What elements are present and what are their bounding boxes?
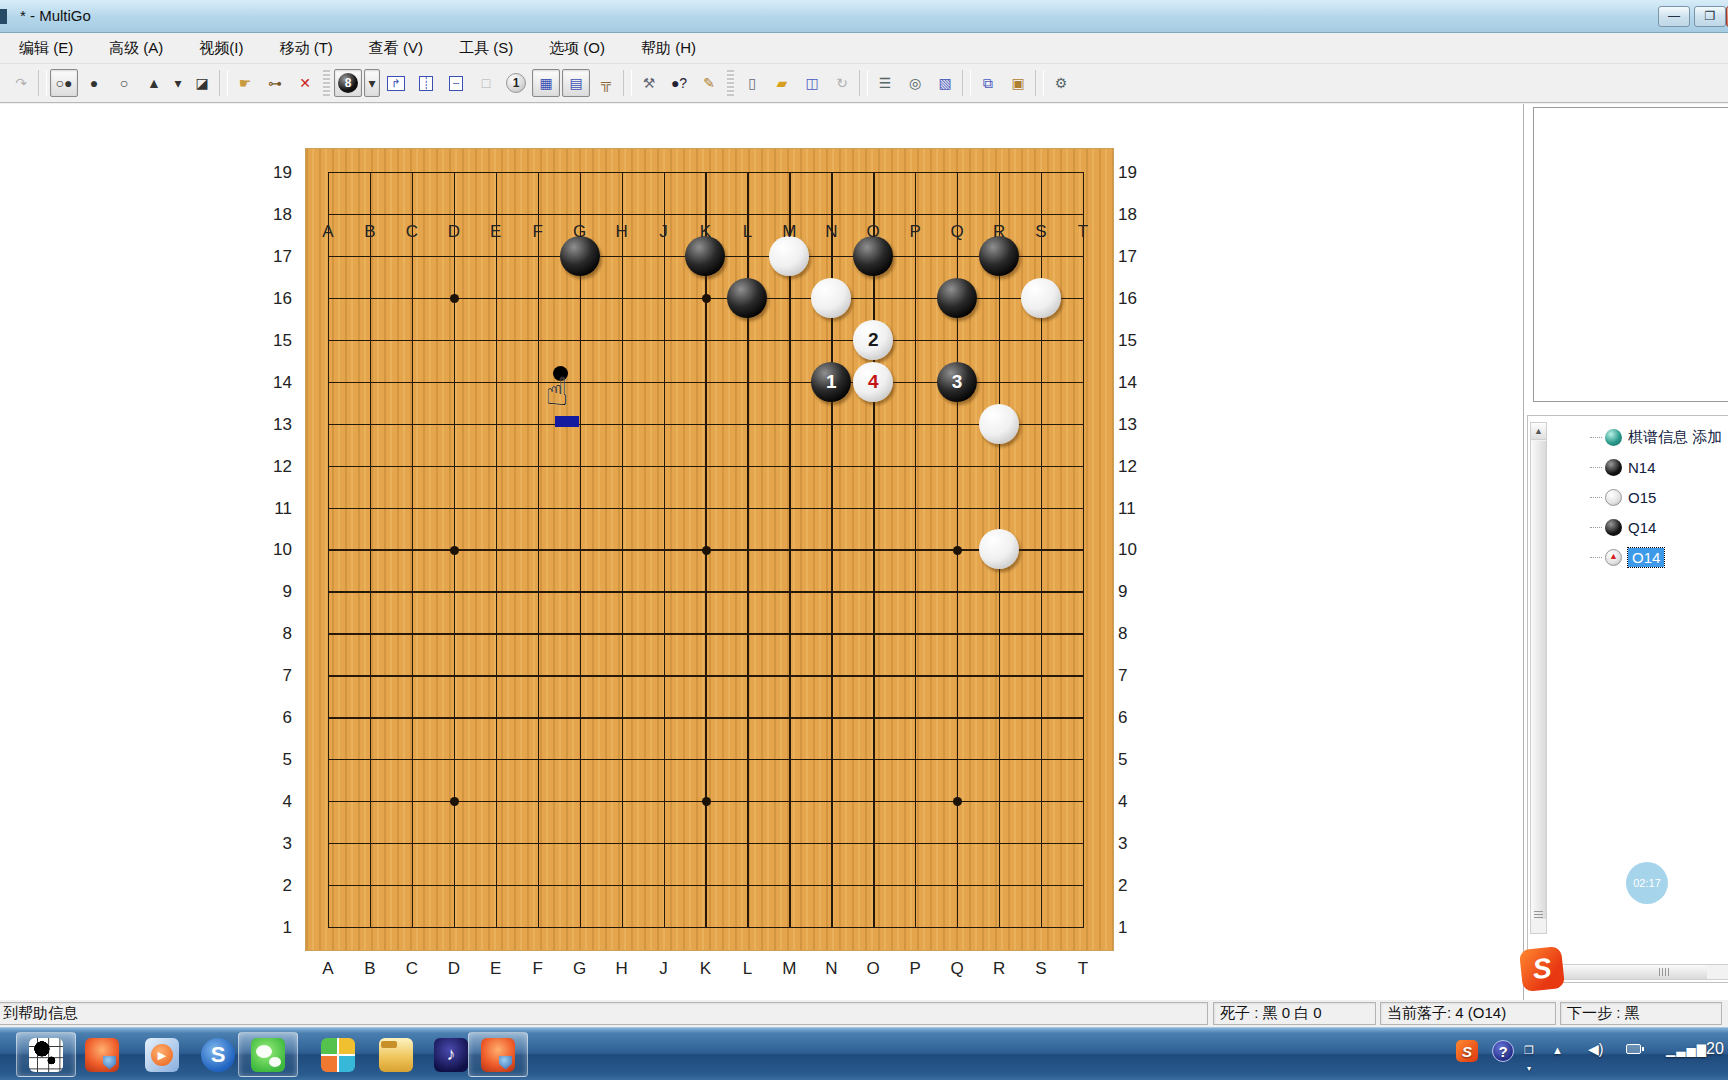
move-3-stone-Q14[interactable]: 3 bbox=[937, 362, 977, 402]
coordinate-row-left-14: 14 bbox=[258, 373, 292, 393]
coordinate-col-top-M: M bbox=[772, 222, 806, 242]
export-image-icon[interactable]: ▧ bbox=[931, 69, 959, 97]
add-black-stone-icon[interactable]: ● bbox=[80, 69, 108, 97]
coordinate-row-right-13: 13 bbox=[1118, 415, 1152, 435]
marker-dropdown-icon[interactable]: ▾ bbox=[170, 69, 186, 97]
media-player-button-icon bbox=[145, 1038, 179, 1072]
jump-to-move-glyph: ↱ bbox=[387, 76, 404, 91]
coordinate-row-right-15: 15 bbox=[1118, 331, 1152, 351]
triangle-marker-glyph: ▲ bbox=[147, 75, 161, 91]
org-chart-view-icon[interactable]: ╦ bbox=[592, 69, 620, 97]
coordinate-col-top-S: S bbox=[1024, 222, 1058, 242]
coordinate-row-right-3: 3 bbox=[1118, 834, 1152, 854]
wechat-button-icon bbox=[251, 1038, 285, 1072]
status-bar: 到帮助信息 死子 : 黑 0 白 0 当前落子: 4 (O14) 下一步 : 黑 bbox=[0, 1000, 1728, 1027]
sogou-input-logo[interactable]: S bbox=[1519, 946, 1565, 992]
voice-tool-button-icon: ♪ bbox=[434, 1038, 468, 1072]
move-tree-label-2[interactable]: O15 bbox=[1628, 489, 1656, 506]
coordinate-col-bottom-K: K bbox=[688, 959, 722, 979]
coordinate-row-left-9: 9 bbox=[258, 582, 292, 602]
eraser-glyph: ◪ bbox=[195, 75, 208, 91]
place-stone-cursor: ☝ bbox=[545, 366, 585, 430]
toolbar-sep bbox=[1035, 70, 1044, 96]
app-icon bbox=[0, 9, 7, 24]
menu-item-2[interactable]: 视频(I) bbox=[182, 35, 260, 62]
tree-connector bbox=[1590, 497, 1602, 498]
marker-dropdown-glyph: ▾ bbox=[174, 75, 181, 91]
coordinate-col-top-T: T bbox=[1066, 222, 1100, 242]
sogou-browser-button-icon: S bbox=[201, 1038, 235, 1072]
undo-arrow-icon[interactable]: ↷ bbox=[7, 69, 35, 97]
export-image-glyph: ▧ bbox=[938, 75, 951, 91]
move-tree-row-0[interactable]: 棋谱信息 添加 bbox=[1590, 422, 1728, 452]
delete-branch-glyph: ✕ bbox=[299, 75, 311, 91]
coordinate-col-top-L: L bbox=[730, 222, 764, 242]
coordinate-row-left-16: 16 bbox=[258, 289, 292, 309]
tray-battery-icon[interactable] bbox=[1626, 1040, 1641, 1057]
coordinate-row-left-4: 4 bbox=[258, 792, 292, 812]
tree-connector bbox=[1590, 527, 1602, 528]
coordinate-row-left-5: 5 bbox=[258, 750, 292, 770]
move-tree-panel: ▲ 棋谱信息 添加N14O15Q14O14 bbox=[1527, 415, 1728, 983]
maximize-button[interactable]: ❐ bbox=[1694, 6, 1726, 27]
print-preview-icon[interactable]: ◎ bbox=[901, 69, 929, 97]
toolbar-sep bbox=[38, 70, 47, 96]
move-tree-label-3[interactable]: Q14 bbox=[1628, 519, 1656, 536]
open-file-glyph: ▰ bbox=[777, 75, 788, 91]
new-file-glyph: ▯ bbox=[748, 75, 756, 91]
coordinate-col-bottom-T: T bbox=[1066, 959, 1100, 979]
triangle-marker-icon[interactable]: ▲ bbox=[140, 69, 168, 97]
tree-stone-view-icon[interactable]: ▤ bbox=[562, 69, 590, 97]
move-number-dropdown-glyph: ▾ bbox=[368, 75, 375, 91]
coordinate-row-right-14: 14 bbox=[1118, 373, 1152, 393]
star-point-D10 bbox=[450, 546, 459, 555]
coordinate-col-bottom-G: G bbox=[563, 959, 597, 979]
coordinate-col-bottom-C: C bbox=[395, 959, 429, 979]
board-area: 1234 AABBCCDDEEFFGGHHJJKKLLMMNNOOPPQQRRS… bbox=[0, 104, 1523, 1000]
current-node-icon bbox=[1605, 549, 1622, 566]
status-next-turn: 下一步 : 黑 bbox=[1560, 1002, 1722, 1025]
coordinate-row-right-2: 2 bbox=[1118, 876, 1152, 896]
coordinate-col-bottom-L: L bbox=[730, 959, 764, 979]
coordinate-col-bottom-F: F bbox=[521, 959, 555, 979]
coordinate-row-right-1: 1 bbox=[1118, 918, 1152, 938]
black-node-icon bbox=[1605, 519, 1622, 536]
tree-connector bbox=[1590, 467, 1602, 468]
move-2-stone-O15[interactable]: 2 bbox=[853, 320, 893, 360]
stone-R13[interactable] bbox=[979, 404, 1019, 444]
print-glyph: ☰ bbox=[879, 75, 892, 91]
mascot2-button-icon bbox=[481, 1038, 515, 1072]
coordinate-row-left-2: 2 bbox=[258, 876, 292, 896]
show-sibling-marks-icon[interactable]: ┄ bbox=[442, 69, 470, 97]
coordinate-col-bottom-B: B bbox=[353, 959, 387, 979]
coordinate-row-right-9: 9 bbox=[1118, 582, 1152, 602]
wechat-button[interactable] bbox=[238, 1032, 298, 1077]
move-tree-row-1[interactable]: N14 bbox=[1590, 452, 1728, 482]
coordinate-col-bottom-J: J bbox=[647, 959, 681, 979]
coordinate-row-right-10: 10 bbox=[1118, 540, 1152, 560]
brush-icon[interactable]: ✎ bbox=[695, 69, 723, 97]
coordinate-row-right-5: 5 bbox=[1118, 750, 1152, 770]
coordinate-col-bottom-D: D bbox=[437, 959, 471, 979]
coordinate-row-right-11: 11 bbox=[1118, 499, 1152, 519]
pan-hand-icon[interactable]: ☛ bbox=[231, 69, 259, 97]
vscroll-grip bbox=[1534, 911, 1543, 919]
coordinate-col-top-A: A bbox=[311, 222, 345, 242]
menu-item-5[interactable]: 工具 (S) bbox=[442, 35, 530, 62]
tools-icon[interactable]: ⚒ bbox=[635, 69, 663, 97]
status-help-text: 到帮助信息 bbox=[0, 1002, 1208, 1025]
file-explorer-button-icon bbox=[379, 1038, 413, 1072]
hscroll-grip bbox=[1659, 968, 1669, 976]
toolbar-grip bbox=[323, 70, 330, 96]
tray-restore-icon[interactable]: ❐▾ bbox=[1524, 1040, 1534, 1074]
delete-branch-icon[interactable]: ✕ bbox=[291, 69, 319, 97]
toolbar-sep bbox=[859, 70, 868, 96]
move-1-stone-N14[interactable]: 1 bbox=[811, 362, 851, 402]
open-file-icon[interactable]: ▰ bbox=[768, 69, 796, 97]
show-move-numbers-icon[interactable]: 8 bbox=[334, 69, 362, 97]
app-tiles-button-icon bbox=[321, 1038, 355, 1072]
cursor-cuff bbox=[555, 416, 579, 427]
move-tree-row-4[interactable]: O14 bbox=[1590, 542, 1728, 572]
menu-item-0[interactable]: 编辑 (E) bbox=[2, 35, 90, 62]
coordinate-col-bottom-S: S bbox=[1024, 959, 1058, 979]
new-file-icon[interactable]: ▯ bbox=[738, 69, 766, 97]
coordinate-row-left-11: 11 bbox=[258, 499, 292, 519]
coordinate-col-top-G: G bbox=[563, 222, 597, 242]
stone-Q16[interactable] bbox=[937, 278, 977, 318]
coordinate-row-left-18: 18 bbox=[258, 205, 292, 225]
brush-glyph: ✎ bbox=[703, 75, 715, 91]
properties-icon[interactable]: ⚙ bbox=[1047, 69, 1075, 97]
show-first-move-glyph: 1 bbox=[506, 73, 526, 93]
coordinate-col-bottom-N: N bbox=[814, 959, 848, 979]
coordinate-row-left-13: 13 bbox=[258, 415, 292, 435]
menu-item-1[interactable]: 高级 (A) bbox=[92, 35, 180, 62]
tree-view-glyph: ▦ bbox=[539, 75, 552, 91]
coordinate-row-right-8: 8 bbox=[1118, 624, 1152, 644]
timer-overlay: 02:17 bbox=[1626, 862, 1668, 904]
save-file-glyph: ◫ bbox=[805, 75, 818, 91]
coordinate-row-right-6: 6 bbox=[1118, 708, 1152, 728]
coordinate-col-bottom-Q: Q bbox=[940, 959, 974, 979]
vscroll-thumb[interactable] bbox=[1531, 441, 1546, 919]
status-current-move: 当前落子: 4 (O14) bbox=[1380, 1002, 1556, 1025]
coordinate-col-top-K: K bbox=[688, 222, 722, 242]
add-white-stone-icon[interactable]: ○ bbox=[110, 69, 138, 97]
coordinate-row-right-16: 16 bbox=[1118, 289, 1152, 309]
stone-S16[interactable] bbox=[1021, 278, 1061, 318]
coordinate-row-left-7: 7 bbox=[258, 666, 292, 686]
coordinate-col-bottom-E: E bbox=[479, 959, 513, 979]
eraser-icon[interactable]: ◪ bbox=[188, 69, 216, 97]
guess-move-glyph: ●? bbox=[671, 75, 687, 91]
window-title: * - MultiGo bbox=[20, 7, 91, 24]
coordinate-col-top-E: E bbox=[479, 222, 513, 242]
copy-icon[interactable]: ⧉ bbox=[974, 69, 1002, 97]
coordinate-col-bottom-A: A bbox=[311, 959, 345, 979]
app-tiles-button[interactable] bbox=[308, 1032, 368, 1077]
coordinate-row-left-1: 1 bbox=[258, 918, 292, 938]
tray-hidden-icons-button[interactable]: ▲ bbox=[1552, 1040, 1563, 1057]
white-node-icon bbox=[1605, 489, 1622, 506]
coordinate-row-left-19: 19 bbox=[258, 163, 292, 183]
move-tree-row-2[interactable]: O15 bbox=[1590, 482, 1728, 512]
refresh-glyph: ↻ bbox=[836, 75, 848, 91]
tools-glyph: ⚒ bbox=[643, 75, 656, 91]
coordinate-row-right-7: 7 bbox=[1118, 666, 1152, 686]
status-captures: 死子 : 黑 0 白 0 bbox=[1213, 1002, 1376, 1025]
coordinate-row-right-4: 4 bbox=[1118, 792, 1152, 812]
print-icon[interactable]: ☰ bbox=[871, 69, 899, 97]
tree-connector bbox=[1590, 557, 1602, 558]
menu-item-7[interactable]: 帮助 (H) bbox=[624, 35, 713, 62]
star-point-D16 bbox=[450, 294, 459, 303]
game-info-box bbox=[1533, 107, 1728, 402]
paste-glyph: ▣ bbox=[1011, 75, 1024, 91]
coordinate-col-bottom-P: P bbox=[898, 959, 932, 979]
print-preview-glyph: ◎ bbox=[909, 75, 921, 91]
mascot2-button[interactable] bbox=[468, 1032, 528, 1077]
copy-glyph: ⧉ bbox=[983, 75, 993, 92]
coordinate-col-top-F: F bbox=[521, 222, 555, 242]
move-tree-label-0[interactable]: 棋谱信息 添加 bbox=[1628, 428, 1722, 447]
add-white-stone-glyph: ○ bbox=[120, 75, 128, 91]
org-chart-view-glyph: ╦ bbox=[601, 75, 611, 91]
stone-L16[interactable] bbox=[727, 278, 767, 318]
menu-bar: 编辑 (E)高级 (A)视频(I)移动 (T)查看 (V)工具 (S)选项 (O… bbox=[0, 34, 1728, 64]
refresh-icon[interactable]: ↻ bbox=[828, 69, 856, 97]
coordinate-col-top-O: O bbox=[856, 222, 890, 242]
tray-sogou-icon[interactable]: S bbox=[1456, 1040, 1478, 1062]
multigo-taskbar-button-icon bbox=[29, 1038, 63, 1072]
toolbar-sep bbox=[623, 70, 632, 96]
coordinate-col-bottom-R: R bbox=[982, 959, 1016, 979]
menu-item-3[interactable]: 移动 (T) bbox=[263, 35, 350, 62]
coordinate-col-top-H: H bbox=[605, 222, 639, 242]
guess-move-icon[interactable]: ●? bbox=[665, 69, 693, 97]
toolbar-grip bbox=[727, 70, 734, 96]
toolbar-sep bbox=[962, 70, 971, 96]
hand-cursor-icon: ☝ bbox=[545, 370, 568, 414]
media-player-button[interactable] bbox=[132, 1032, 192, 1077]
security-mascot-button-icon bbox=[85, 1038, 119, 1072]
pan-hand-glyph: ☛ bbox=[239, 75, 252, 91]
hscroll-thumb[interactable] bbox=[1547, 965, 1707, 979]
show-first-move-icon[interactable]: 1 bbox=[502, 69, 530, 97]
coordinate-col-top-Q: Q bbox=[940, 222, 974, 242]
move-tree-row-3[interactable]: Q14 bbox=[1590, 512, 1728, 542]
tree-view-icon[interactable]: ▦ bbox=[532, 69, 560, 97]
star-point-K4 bbox=[702, 797, 711, 806]
minimize-button[interactable]: — bbox=[1658, 6, 1690, 27]
jump-to-move-icon[interactable]: ↱ bbox=[382, 69, 410, 97]
insert-branch-icon[interactable]: ⊶ bbox=[261, 69, 289, 97]
tree-connector bbox=[1590, 437, 1602, 438]
coordinate-col-top-D: D bbox=[437, 222, 471, 242]
coordinate-col-top-P: P bbox=[898, 222, 932, 242]
coordinate-row-left-12: 12 bbox=[258, 457, 292, 477]
play-move-tool-glyph: ○● bbox=[56, 75, 73, 91]
save-file-icon[interactable]: ◫ bbox=[798, 69, 826, 97]
stone-N16[interactable] bbox=[811, 278, 851, 318]
insert-branch-glyph: ⊶ bbox=[268, 75, 282, 91]
show-move-numbers-glyph: 8 bbox=[338, 73, 358, 93]
show-variation-marks-icon[interactable]: ┊ bbox=[412, 69, 440, 97]
toolbar-sep bbox=[219, 70, 228, 96]
star-point-K10 bbox=[702, 546, 711, 555]
right-panel: ▲ 棋谱信息 添加N14O15Q14O14 bbox=[1523, 104, 1728, 1000]
toolbar: ↷○●●○▲▾◪☛⊶✕8▾↱┊┄□1▦▤╦⚒●?✎▯▰◫↻☰◎▧⧉▣⚙ bbox=[0, 64, 1728, 103]
coordinate-col-top-B: B bbox=[353, 222, 387, 242]
show-sibling-marks-glyph: ┄ bbox=[449, 76, 464, 91]
move-number-dropdown-icon[interactable]: ▾ bbox=[364, 69, 380, 97]
scroll-up-icon[interactable]: ▲ bbox=[1531, 423, 1546, 440]
star-point-K16 bbox=[702, 294, 711, 303]
coordinate-col-bottom-M: M bbox=[772, 959, 806, 979]
coordinate-col-top-C: C bbox=[395, 222, 429, 242]
tray-help-icon[interactable]: ? bbox=[1492, 1040, 1514, 1062]
menu-item-6[interactable]: 选项 (O) bbox=[532, 35, 622, 62]
coordinate-row-right-12: 12 bbox=[1118, 457, 1152, 477]
blank-toggle-icon[interactable]: □ bbox=[472, 69, 500, 97]
tray-network-icon[interactable]: ▁▃▅▇ bbox=[1666, 1040, 1707, 1057]
tree-vertical-scrollbar[interactable]: ▲ bbox=[1530, 422, 1547, 934]
coordinate-row-left-15: 15 bbox=[258, 331, 292, 351]
multigo-window: * - MultiGo — ❐ × 编辑 (E)高级 (A)视频(I)移动 (T… bbox=[0, 0, 1728, 1080]
move-4-stone-O14[interactable]: 4 bbox=[853, 362, 893, 402]
tray-volume-icon[interactable]: ◀) bbox=[1588, 1040, 1603, 1057]
black-node-icon bbox=[1605, 459, 1622, 476]
file-explorer-button[interactable] bbox=[366, 1032, 426, 1077]
coordinate-col-top-N: N bbox=[814, 222, 848, 242]
undo-arrow-glyph: ↷ bbox=[15, 75, 27, 91]
move-tree-label-4[interactable]: O14 bbox=[1628, 548, 1664, 567]
show-variation-marks-glyph: ┊ bbox=[419, 76, 434, 91]
multigo-taskbar-button[interactable] bbox=[16, 1032, 76, 1077]
coordinate-row-right-19: 19 bbox=[1118, 163, 1152, 183]
star-point-Q10 bbox=[953, 546, 962, 555]
coordinate-col-top-R: R bbox=[982, 222, 1016, 242]
tree-stone-view-glyph: ▤ bbox=[569, 75, 582, 91]
play-move-tool-icon[interactable]: ○● bbox=[50, 69, 78, 97]
title-bar: * - MultiGo — ❐ × bbox=[0, 0, 1728, 33]
coordinate-row-left-17: 17 bbox=[258, 247, 292, 267]
tray-clock[interactable]: 20 bbox=[1706, 1040, 1724, 1058]
coordinate-col-top-J: J bbox=[647, 222, 681, 242]
coordinate-row-left-10: 10 bbox=[258, 540, 292, 560]
coordinate-row-left-8: 8 bbox=[258, 624, 292, 644]
menu-item-4[interactable]: 查看 (V) bbox=[352, 35, 440, 62]
properties-glyph: ⚙ bbox=[1055, 75, 1068, 91]
coordinate-col-bottom-O: O bbox=[856, 959, 890, 979]
coordinate-row-left-3: 3 bbox=[258, 834, 292, 854]
add-black-stone-glyph: ● bbox=[90, 75, 98, 91]
coordinate-row-left-6: 6 bbox=[258, 708, 292, 728]
coordinate-row-right-18: 18 bbox=[1118, 205, 1152, 225]
info-node-icon bbox=[1605, 429, 1622, 446]
blank-toggle-glyph: □ bbox=[482, 75, 490, 91]
move-tree-label-1[interactable]: N14 bbox=[1628, 459, 1656, 476]
coordinate-row-right-17: 17 bbox=[1118, 247, 1152, 267]
paste-icon[interactable]: ▣ bbox=[1004, 69, 1032, 97]
coordinate-col-bottom-H: H bbox=[605, 959, 639, 979]
go-board[interactable]: 1234 bbox=[306, 149, 1113, 950]
security-mascot-button[interactable] bbox=[72, 1032, 132, 1077]
